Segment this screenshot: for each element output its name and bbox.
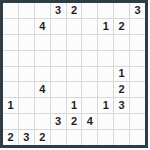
empty-cell[interactable] xyxy=(67,51,82,66)
clue-cell: 3 xyxy=(51,114,66,129)
clue-cell: 1 xyxy=(3,98,18,113)
empty-cell[interactable] xyxy=(114,35,129,50)
empty-cell[interactable] xyxy=(51,35,66,50)
empty-cell[interactable] xyxy=(3,67,18,82)
empty-cell[interactable] xyxy=(3,35,18,50)
empty-cell[interactable] xyxy=(114,3,129,18)
empty-cell[interactable] xyxy=(3,51,18,66)
clue-cell: 2 xyxy=(67,3,82,18)
empty-cell[interactable] xyxy=(67,19,82,34)
empty-cell[interactable] xyxy=(19,114,34,129)
empty-cell[interactable] xyxy=(130,82,145,97)
empty-cell[interactable] xyxy=(19,98,34,113)
clue-cell: 3 xyxy=(114,98,129,113)
clue-cell: 4 xyxy=(35,19,50,34)
clue-cell: 1 xyxy=(114,67,129,82)
clue-cell: 4 xyxy=(35,82,50,97)
empty-cell[interactable] xyxy=(130,114,145,129)
empty-cell[interactable] xyxy=(130,19,145,34)
empty-cell[interactable] xyxy=(19,51,34,66)
empty-cell[interactable] xyxy=(82,51,97,66)
clue-cell: 2 xyxy=(114,82,129,97)
clue-cell: 3 xyxy=(19,130,34,145)
empty-cell[interactable] xyxy=(114,114,129,129)
empty-cell[interactable] xyxy=(98,130,113,145)
empty-cell[interactable] xyxy=(3,114,18,129)
empty-cell[interactable] xyxy=(51,67,66,82)
empty-cell[interactable] xyxy=(35,98,50,113)
clue-cell: 2 xyxy=(67,114,82,129)
empty-cell[interactable] xyxy=(98,35,113,50)
empty-cell[interactable] xyxy=(130,51,145,66)
empty-cell[interactable] xyxy=(98,67,113,82)
clue-cell: 2 xyxy=(114,19,129,34)
clue-cell: 3 xyxy=(130,3,145,18)
empty-cell[interactable] xyxy=(51,82,66,97)
clue-cell: 2 xyxy=(35,130,50,145)
empty-cell[interactable] xyxy=(3,3,18,18)
empty-cell[interactable] xyxy=(82,98,97,113)
empty-cell[interactable] xyxy=(82,3,97,18)
clue-cell: 1 xyxy=(98,98,113,113)
puzzle-board: 3234121421113324232 xyxy=(0,0,148,148)
empty-cell[interactable] xyxy=(114,51,129,66)
empty-cell[interactable] xyxy=(35,51,50,66)
empty-cell[interactable] xyxy=(67,82,82,97)
empty-cell[interactable] xyxy=(35,67,50,82)
empty-cell[interactable] xyxy=(35,114,50,129)
clue-cell: 1 xyxy=(67,98,82,113)
empty-cell[interactable] xyxy=(114,130,129,145)
empty-cell[interactable] xyxy=(82,130,97,145)
empty-cell[interactable] xyxy=(51,98,66,113)
clue-cell: 4 xyxy=(82,114,97,129)
empty-cell[interactable] xyxy=(3,82,18,97)
clue-cell: 2 xyxy=(3,130,18,145)
empty-cell[interactable] xyxy=(3,19,18,34)
empty-cell[interactable] xyxy=(35,35,50,50)
empty-cell[interactable] xyxy=(82,19,97,34)
empty-cell[interactable] xyxy=(82,82,97,97)
empty-cell[interactable] xyxy=(98,3,113,18)
empty-cell[interactable] xyxy=(130,35,145,50)
empty-cell[interactable] xyxy=(51,130,66,145)
empty-cell[interactable] xyxy=(67,67,82,82)
empty-cell[interactable] xyxy=(98,51,113,66)
empty-cell[interactable] xyxy=(19,19,34,34)
empty-cell[interactable] xyxy=(98,82,113,97)
empty-cell[interactable] xyxy=(51,19,66,34)
empty-cell[interactable] xyxy=(130,98,145,113)
empty-cell[interactable] xyxy=(19,67,34,82)
empty-cell[interactable] xyxy=(51,51,66,66)
clue-cell: 1 xyxy=(98,19,113,34)
empty-cell[interactable] xyxy=(98,114,113,129)
empty-cell[interactable] xyxy=(67,35,82,50)
clue-cell: 3 xyxy=(51,3,66,18)
empty-cell[interactable] xyxy=(19,82,34,97)
empty-cell[interactable] xyxy=(130,67,145,82)
empty-cell[interactable] xyxy=(82,35,97,50)
empty-cell[interactable] xyxy=(19,3,34,18)
empty-cell[interactable] xyxy=(35,3,50,18)
empty-cell[interactable] xyxy=(82,67,97,82)
empty-cell[interactable] xyxy=(67,130,82,145)
empty-cell[interactable] xyxy=(130,130,145,145)
empty-cell[interactable] xyxy=(19,35,34,50)
